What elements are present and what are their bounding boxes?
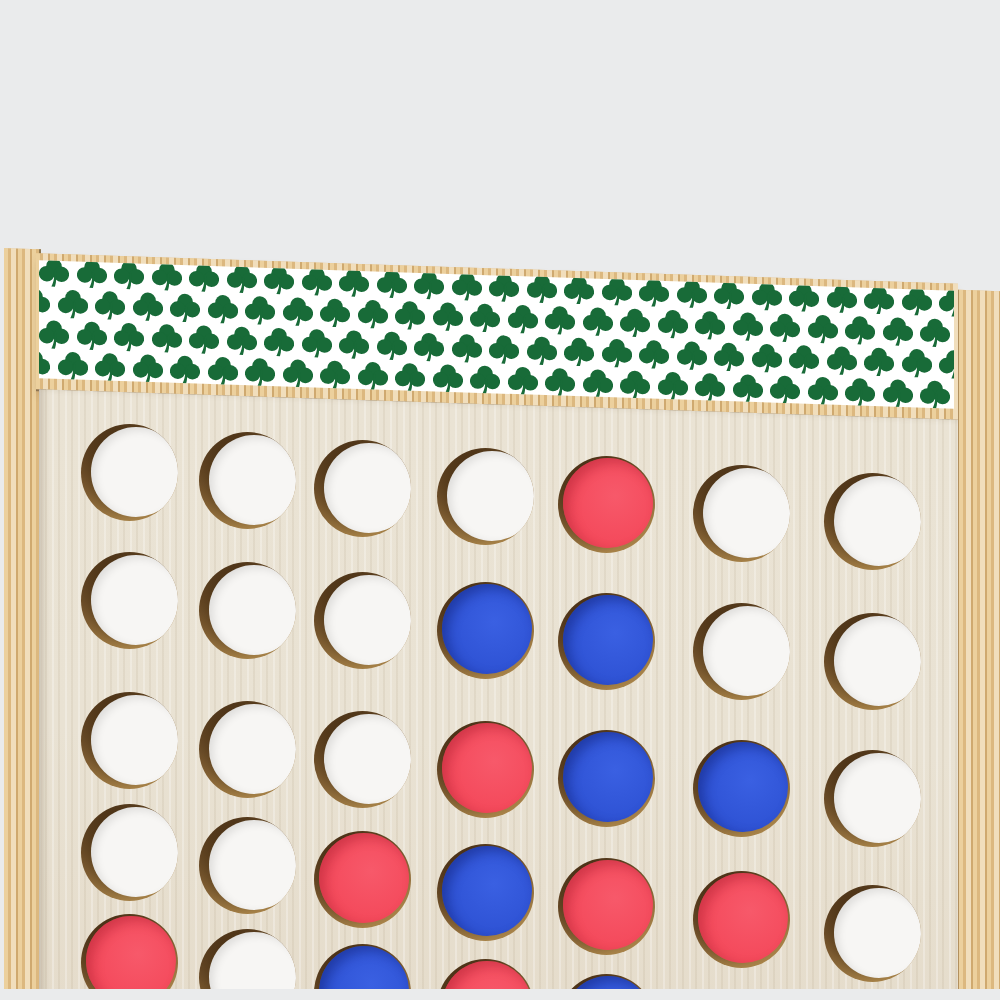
empty-hole	[91, 807, 178, 897]
cell-r1c5	[558, 456, 655, 553]
cell-r4c5	[558, 858, 655, 955]
red-disc	[563, 458, 653, 548]
cell-r4c1	[81, 804, 178, 901]
cell-r3c6	[693, 740, 790, 837]
empty-hole	[91, 555, 178, 645]
cell-r3c5	[558, 730, 655, 827]
empty-hole	[324, 714, 411, 804]
product-photo-stage	[0, 0, 1000, 1000]
cell-r5c1	[81, 914, 178, 990]
blue-disc	[698, 742, 788, 832]
cell-r1c7	[824, 473, 921, 570]
blue-disc	[563, 732, 653, 822]
empty-hole	[834, 616, 921, 706]
cell-r1c4	[437, 448, 534, 545]
empty-hole	[834, 888, 921, 978]
empty-hole	[209, 565, 296, 655]
empty-hole	[209, 932, 296, 990]
empty-hole	[834, 753, 921, 843]
red-disc	[442, 723, 532, 813]
cell-r3c7	[824, 750, 921, 847]
empty-hole	[324, 443, 411, 533]
cell-r3c1	[81, 692, 178, 789]
empty-hole	[703, 606, 790, 696]
cell-r5c4	[437, 959, 534, 990]
cell-r4c4	[437, 844, 534, 941]
red-disc	[442, 961, 532, 990]
cell-r1c1	[81, 424, 178, 521]
cell-r4c7	[824, 885, 921, 982]
empty-hole	[91, 695, 178, 785]
cell-r3c2	[199, 701, 296, 798]
cell-r2c7	[824, 613, 921, 710]
cell-r1c2	[199, 432, 296, 529]
cell-r5c5	[558, 974, 655, 990]
blue-disc	[319, 946, 409, 990]
blue-disc	[563, 595, 653, 685]
cell-r2c5	[558, 593, 655, 690]
empty-hole	[91, 427, 178, 517]
cell-r1c3	[314, 440, 411, 537]
board-photo	[0, 246, 1000, 989]
empty-hole	[209, 820, 296, 910]
holes-layer	[0, 246, 1000, 989]
cell-r2c6	[693, 603, 790, 700]
cell-r1c6	[693, 465, 790, 562]
empty-hole	[834, 476, 921, 566]
red-disc	[698, 873, 788, 963]
cell-r2c2	[199, 562, 296, 659]
blue-disc	[442, 584, 532, 674]
blue-disc	[442, 846, 532, 936]
blue-disc	[563, 976, 653, 990]
cell-r3c4	[437, 721, 534, 818]
cell-r5c2	[199, 929, 296, 990]
cell-r2c3	[314, 572, 411, 669]
empty-hole	[324, 575, 411, 665]
empty-hole	[209, 704, 296, 794]
red-disc	[86, 916, 176, 990]
cell-r4c2	[199, 817, 296, 914]
cell-r4c6	[693, 871, 790, 968]
red-disc	[563, 860, 653, 950]
cell-r4c3	[314, 831, 411, 928]
empty-hole	[209, 435, 296, 525]
red-disc	[319, 833, 409, 923]
cell-r3c3	[314, 711, 411, 808]
empty-hole	[447, 451, 534, 541]
cell-r2c4	[437, 582, 534, 679]
empty-hole	[703, 468, 790, 558]
cell-r5c3	[314, 944, 411, 990]
cell-r2c1	[81, 552, 178, 649]
